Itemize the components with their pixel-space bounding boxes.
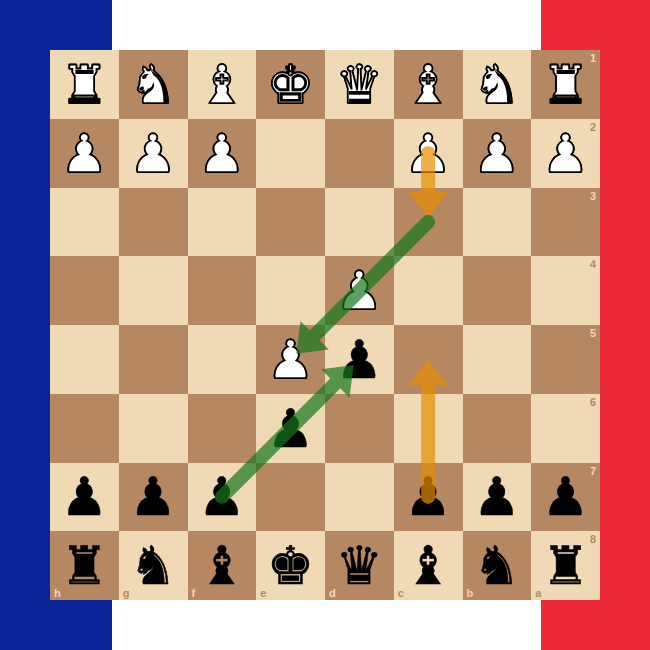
square-h6[interactable] [50,394,119,463]
square-b2[interactable]: ♟ [463,119,532,188]
square-g4[interactable] [119,256,188,325]
file-label-f: f [192,587,196,599]
square-e3[interactable] [256,188,325,257]
file-label-e: e [260,587,266,599]
black-pawn-f7: ♟ [198,470,246,523]
black-pawn-b7: ♟ [473,470,521,523]
white-pawn-e5: ♟ [267,333,315,386]
square-d6[interactable] [325,394,394,463]
white-pawn-d4: ♟ [336,264,384,317]
square-h7[interactable]: ♟ [50,463,119,532]
square-e6[interactable]: ♟ [256,394,325,463]
square-g2[interactable]: ♟ [119,119,188,188]
square-c6[interactable] [394,394,463,463]
rank-label-4: 4 [590,258,596,270]
square-d3[interactable] [325,188,394,257]
black-pawn-c7: ♟ [404,470,452,523]
white-bishop-f1: ♝ [198,58,246,111]
square-c7[interactable]: ♟ [394,463,463,532]
square-g5[interactable] [119,325,188,394]
square-f5[interactable] [188,325,257,394]
page: ♜♞♝♚♛♝♞♜1♟♟♟♟♟♟23♟4♟♟5♟6♟♟♟♟♟♟7♜h♞g♝f♚e♛… [0,0,650,650]
black-knight-b8: ♞ [473,539,521,592]
square-e5[interactable]: ♟ [256,325,325,394]
white-knight-b1: ♞ [473,58,521,111]
square-c8[interactable]: ♝c [394,531,463,600]
file-label-h: h [54,587,61,599]
square-g1[interactable]: ♞ [119,50,188,119]
rank-label-8: 8 [590,533,596,545]
square-a8[interactable]: ♜8a [531,531,600,600]
square-d2[interactable] [325,119,394,188]
white-rook-a1: ♜ [542,58,590,111]
square-e4[interactable] [256,256,325,325]
square-c1[interactable]: ♝ [394,50,463,119]
black-pawn-g7: ♟ [129,470,177,523]
white-pawn-g2: ♟ [129,127,177,180]
black-bishop-c8: ♝ [404,539,452,592]
black-knight-g8: ♞ [129,539,177,592]
square-b4[interactable] [463,256,532,325]
black-rook-a8: ♜ [542,539,590,592]
square-b7[interactable]: ♟ [463,463,532,532]
square-e2[interactable] [256,119,325,188]
square-a2[interactable]: ♟2 [531,119,600,188]
white-pawn-h2: ♟ [61,127,109,180]
file-label-c: c [398,587,404,599]
white-knight-g1: ♞ [129,58,177,111]
square-f2[interactable]: ♟ [188,119,257,188]
square-f4[interactable] [188,256,257,325]
square-a3[interactable]: 3 [531,188,600,257]
square-a4[interactable]: 4 [531,256,600,325]
square-d8[interactable]: ♛d [325,531,394,600]
black-pawn-d5: ♟ [336,333,384,386]
square-a6[interactable]: 6 [531,394,600,463]
square-c4[interactable] [394,256,463,325]
square-h5[interactable] [50,325,119,394]
square-b1[interactable]: ♞ [463,50,532,119]
square-g6[interactable] [119,394,188,463]
square-a5[interactable]: 5 [531,325,600,394]
rank-label-1: 1 [590,52,596,64]
black-pawn-h7: ♟ [61,470,109,523]
white-bishop-c1: ♝ [404,58,452,111]
white-king-e1: ♚ [267,58,315,111]
chess-board: ♜♞♝♚♛♝♞♜1♟♟♟♟♟♟23♟4♟♟5♟6♟♟♟♟♟♟7♜h♞g♝f♚e♛… [50,50,600,600]
square-d4[interactable]: ♟ [325,256,394,325]
square-b3[interactable] [463,188,532,257]
square-h1[interactable]: ♜ [50,50,119,119]
square-f8[interactable]: ♝f [188,531,257,600]
rank-label-7: 7 [590,465,596,477]
black-queen-d8: ♛ [336,539,384,592]
square-b5[interactable] [463,325,532,394]
white-pawn-b2: ♟ [473,127,521,180]
square-c3[interactable] [394,188,463,257]
black-bishop-f8: ♝ [198,539,246,592]
black-pawn-e6: ♟ [267,402,315,455]
square-b6[interactable] [463,394,532,463]
rank-label-5: 5 [590,327,596,339]
square-a1[interactable]: ♜1 [531,50,600,119]
white-pawn-c2: ♟ [404,127,452,180]
square-e8[interactable]: ♚e [256,531,325,600]
square-h3[interactable] [50,188,119,257]
file-label-b: b [467,587,474,599]
file-label-a: a [535,587,541,599]
square-d7[interactable] [325,463,394,532]
square-h8[interactable]: ♜h [50,531,119,600]
square-h4[interactable] [50,256,119,325]
square-c5[interactable] [394,325,463,394]
white-rook-h1: ♜ [61,58,109,111]
square-b8[interactable]: ♞b [463,531,532,600]
square-f1[interactable]: ♝ [188,50,257,119]
square-h2[interactable]: ♟ [50,119,119,188]
square-c2[interactable]: ♟ [394,119,463,188]
white-pawn-f2: ♟ [198,127,246,180]
square-d5[interactable]: ♟ [325,325,394,394]
white-pawn-a2: ♟ [542,127,590,180]
rank-label-3: 3 [590,190,596,202]
square-f3[interactable] [188,188,257,257]
rank-label-6: 6 [590,396,596,408]
square-f6[interactable] [188,394,257,463]
square-e1[interactable]: ♚ [256,50,325,119]
file-label-g: g [123,587,130,599]
black-king-e8: ♚ [267,539,315,592]
square-g7[interactable]: ♟ [119,463,188,532]
square-f7[interactable]: ♟ [188,463,257,532]
white-queen-d1: ♛ [336,58,384,111]
square-e7[interactable] [256,463,325,532]
square-a7[interactable]: ♟7 [531,463,600,532]
square-g3[interactable] [119,188,188,257]
square-d1[interactable]: ♛ [325,50,394,119]
black-rook-h8: ♜ [61,539,109,592]
file-label-d: d [329,587,336,599]
rank-label-2: 2 [590,121,596,133]
square-g8[interactable]: ♞g [119,531,188,600]
black-pawn-a7: ♟ [542,470,590,523]
